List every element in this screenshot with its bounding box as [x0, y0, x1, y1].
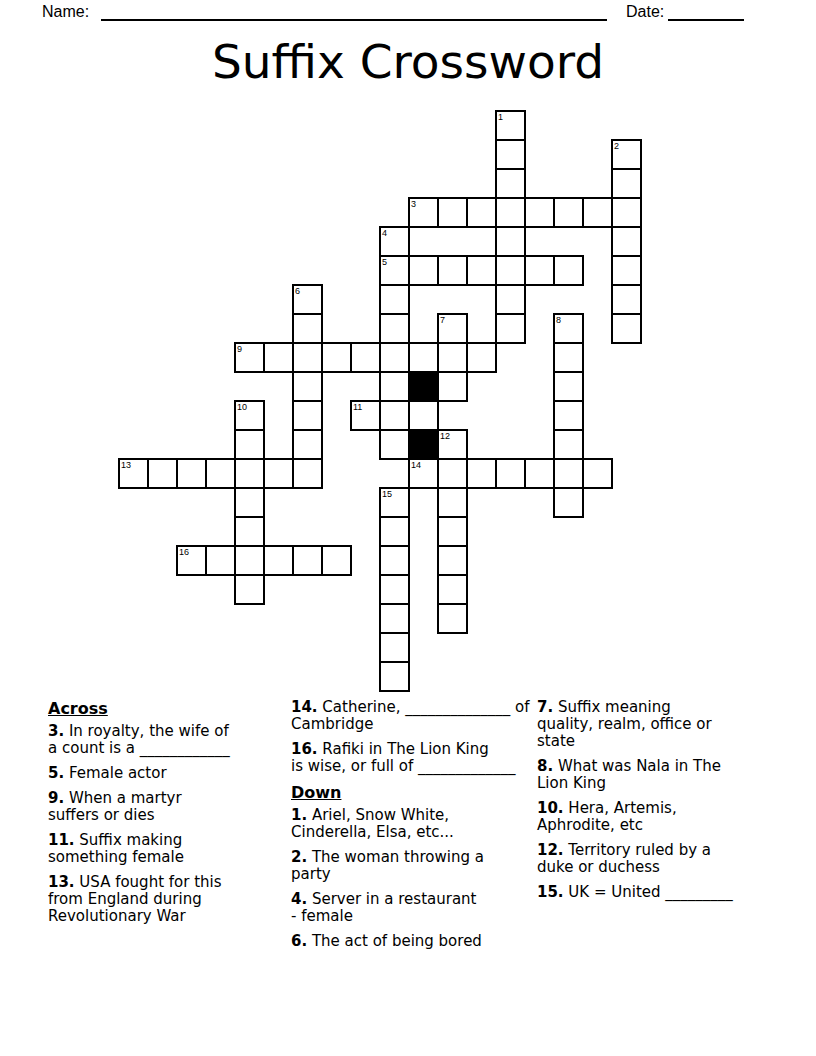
clues-column-2: 14. Catherine, ______________ of Cambrid… — [291, 699, 541, 958]
cell-c1-r12[interactable] — [147, 458, 178, 489]
cell-c17-r3[interactable] — [611, 197, 642, 228]
cell-c13-r2[interactable] — [495, 168, 526, 199]
cell-c12-r8[interactable] — [466, 342, 497, 373]
grid-clue-number-9: 9 — [237, 344, 242, 354]
cell-c0-r12[interactable]: 13 — [118, 458, 149, 489]
clue-number: 10. — [537, 799, 564, 817]
cell-c4-r15[interactable] — [234, 545, 265, 576]
clue-number: 6. — [291, 932, 307, 950]
date-blank-line[interactable] — [668, 19, 744, 21]
cell-c8-r10[interactable]: 11 — [350, 400, 381, 431]
cell-c11-r16[interactable] — [437, 574, 468, 605]
cell-c10-r10[interactable] — [408, 400, 439, 431]
down-header: Down — [291, 783, 541, 802]
clue-text: USA fought for this from England during … — [48, 873, 222, 925]
grid-clue-number-3: 3 — [411, 199, 416, 209]
clue-text: The act of being bored — [307, 932, 482, 950]
cell-c13-r7[interactable] — [495, 313, 526, 344]
clue-across-11: 11. Suffix making something female — [48, 832, 298, 866]
clue-text: Suffix meaning quality, realm, office or… — [537, 698, 712, 750]
cell-c15-r9[interactable] — [553, 371, 584, 402]
clue-text: Territory ruled by a duke or duchess — [537, 841, 711, 876]
date-label: Date: — [626, 3, 664, 21]
cell-c13-r4[interactable] — [495, 226, 526, 257]
clue-number: 15. — [537, 883, 564, 901]
cell-c9-r10[interactable] — [379, 400, 410, 431]
grid-clue-number-13: 13 — [121, 460, 131, 470]
cell-c15-r8[interactable] — [553, 342, 584, 373]
grid-clue-number-15: 15 — [382, 489, 392, 499]
cell-c3-r12[interactable] — [205, 458, 236, 489]
clue-number: 1. — [291, 806, 307, 824]
cell-c7-r15[interactable] — [321, 545, 352, 576]
cell-c17-r1[interactable]: 2 — [611, 139, 642, 170]
clue-number: 4. — [291, 890, 307, 908]
clue-across-14: 14. Catherine, ______________ of Cambrid… — [291, 699, 541, 733]
cell-c9-r9[interactable] — [379, 371, 410, 402]
cell-c13-r12[interactable] — [495, 458, 526, 489]
cell-c5-r12[interactable] — [263, 458, 294, 489]
clue-number: 5. — [48, 764, 64, 782]
grid-clue-number-8: 8 — [556, 315, 561, 325]
cell-c15-r7[interactable]: 8 — [553, 313, 584, 344]
cell-c11-r12[interactable] — [437, 458, 468, 489]
page-title: Suffix Crossword — [0, 34, 816, 89]
clue-across-16: 16. Rafiki in The Lion King is wise, or … — [291, 741, 541, 775]
cell-c5-r15[interactable] — [263, 545, 294, 576]
grid-clue-number-12: 12 — [440, 431, 450, 441]
cell-c9-r19[interactable] — [379, 661, 410, 692]
cell-c15-r10[interactable] — [553, 400, 584, 431]
cell-c16-r12[interactable] — [582, 458, 613, 489]
cell-c11-r17[interactable] — [437, 603, 468, 634]
crossword-grid: 12345678910111213141516 — [118, 110, 642, 692]
clue-number: 11. — [48, 831, 75, 849]
cell-c8-r8[interactable] — [350, 342, 381, 373]
cell-c10-r5[interactable] — [408, 255, 439, 286]
clue-across-9: 9. When a martyr suffers or dies — [48, 790, 298, 824]
cell-c11-r5[interactable] — [437, 255, 468, 286]
cell-c9-r5[interactable]: 5 — [379, 255, 410, 286]
grid-clue-number-4: 4 — [382, 228, 387, 238]
cell-c13-r3[interactable] — [495, 197, 526, 228]
clue-down-1: 1. Ariel, Snow White, Cinderella, Elsa, … — [291, 807, 541, 841]
cell-c3-r15[interactable] — [205, 545, 236, 576]
clue-number: 12. — [537, 841, 564, 859]
cell-c15-r13[interactable] — [553, 487, 584, 518]
clue-number: 13. — [48, 873, 75, 891]
cell-c11-r11[interactable]: 12 — [437, 429, 468, 460]
clue-down-6: 6. The act of being bored — [291, 933, 541, 950]
clue-text: Server in a restaurant - female — [291, 890, 476, 925]
across-header: Across — [48, 699, 298, 718]
cell-c14-r5[interactable] — [524, 255, 555, 286]
cell-c9-r11[interactable] — [379, 429, 410, 460]
cell-c10-r12[interactable]: 14 — [408, 458, 439, 489]
cell-c15-r11[interactable] — [553, 429, 584, 460]
clue-number: 2. — [291, 848, 307, 866]
clue-text: Female actor — [64, 764, 166, 782]
clue-across-13: 13. USA fought for this from England dur… — [48, 874, 298, 925]
clue-down-8: 8. What was Nala in The Lion King — [537, 758, 787, 792]
cell-c9-r15[interactable] — [379, 545, 410, 576]
clue-number: 7. — [537, 698, 553, 716]
cell-c9-r7[interactable] — [379, 313, 410, 344]
grid-clue-number-14: 14 — [411, 460, 421, 470]
cell-c6-r12[interactable] — [292, 458, 323, 489]
cell-c11-r9[interactable] — [437, 371, 468, 402]
cell-c7-r8[interactable] — [321, 342, 352, 373]
clue-text: In royalty, the wife of a count is a ___… — [48, 722, 230, 757]
cell-c13-r1[interactable] — [495, 139, 526, 170]
cell-c4-r14[interactable] — [234, 516, 265, 547]
cell-c11-r14[interactable] — [437, 516, 468, 547]
cell-c9-r4[interactable]: 4 — [379, 226, 410, 257]
cell-c13-r0[interactable]: 1 — [495, 110, 526, 141]
grid-clue-number-7: 7 — [440, 315, 445, 325]
cell-c4-r8[interactable]: 9 — [234, 342, 265, 373]
cell-c17-r6[interactable] — [611, 284, 642, 315]
clue-down-12: 12. Territory ruled by a duke or duchess — [537, 842, 787, 876]
cell-c4-r12[interactable] — [234, 458, 265, 489]
cell-c9-r14[interactable] — [379, 516, 410, 547]
cell-c15-r12[interactable] — [553, 458, 584, 489]
cell-c4-r11[interactable] — [234, 429, 265, 460]
cell-c9-r6[interactable] — [379, 284, 410, 315]
cell-c4-r10[interactable]: 10 — [234, 400, 265, 431]
name-blank-line[interactable] — [101, 19, 607, 21]
cell-c4-r13[interactable] — [234, 487, 265, 518]
cell-c6-r15[interactable] — [292, 545, 323, 576]
black-cell-c10-r11 — [408, 429, 439, 460]
cell-c5-r8[interactable] — [263, 342, 294, 373]
cell-c14-r3[interactable] — [524, 197, 555, 228]
grid-clue-number-2: 2 — [614, 141, 619, 151]
clue-text: UK = United _________ — [564, 883, 733, 901]
clue-across-5: 5. Female actor — [48, 765, 298, 782]
clues-column-3: 7. Suffix meaning quality, realm, office… — [537, 699, 787, 909]
cell-c9-r8[interactable] — [379, 342, 410, 373]
clue-down-2: 2. The woman throwing a party — [291, 849, 541, 883]
cell-c9-r16[interactable] — [379, 574, 410, 605]
clue-text: What was Nala in The Lion King — [537, 757, 721, 792]
clue-number: 16. — [291, 740, 318, 758]
clue-number: 3. — [48, 722, 64, 740]
grid-clue-number-11: 11 — [353, 402, 362, 412]
cell-c12-r3[interactable] — [466, 197, 497, 228]
black-cell-c10-r9 — [408, 371, 439, 402]
cell-c17-r2[interactable] — [611, 168, 642, 199]
cell-c9-r18[interactable] — [379, 632, 410, 663]
cell-c13-r6[interactable] — [495, 284, 526, 315]
cell-c11-r8[interactable] — [437, 342, 468, 373]
clue-number: 14. — [291, 698, 318, 716]
clue-number: 8. — [537, 757, 553, 775]
cell-c9-r17[interactable] — [379, 603, 410, 634]
clue-across-3: 3. In royalty, the wife of a count is a … — [48, 723, 298, 757]
cell-c2-r15[interactable]: 16 — [176, 545, 207, 576]
cell-c11-r13[interactable] — [437, 487, 468, 518]
grid-clue-number-1: 1 — [498, 112, 503, 122]
grid-clue-number-10: 10 — [237, 402, 247, 412]
cell-c11-r15[interactable] — [437, 545, 468, 576]
cell-c9-r13[interactable]: 15 — [379, 487, 410, 518]
clue-text: Rafiki in The Lion King is wise, or full… — [291, 740, 516, 775]
cell-c2-r12[interactable] — [176, 458, 207, 489]
cell-c16-r3[interactable] — [582, 197, 613, 228]
cell-c17-r4[interactable] — [611, 226, 642, 257]
cell-c6-r11[interactable] — [292, 429, 323, 460]
clue-down-7: 7. Suffix meaning quality, realm, office… — [537, 699, 787, 750]
cell-c15-r3[interactable] — [553, 197, 584, 228]
clue-text: The woman throwing a party — [291, 848, 484, 883]
cell-c15-r5[interactable] — [553, 255, 584, 286]
cell-c17-r5[interactable] — [611, 255, 642, 286]
cell-c6-r8[interactable] — [292, 342, 323, 373]
cell-c14-r12[interactable] — [524, 458, 555, 489]
cell-c11-r3[interactable] — [437, 197, 468, 228]
cell-c4-r16[interactable] — [234, 574, 265, 605]
name-label: Name: — [42, 3, 89, 21]
cell-c10-r8[interactable] — [408, 342, 439, 373]
cell-c12-r12[interactable] — [466, 458, 497, 489]
cell-c6-r7[interactable] — [292, 313, 323, 344]
cell-c6-r10[interactable] — [292, 400, 323, 431]
cell-c12-r5[interactable] — [466, 255, 497, 286]
clue-down-4: 4. Server in a restaurant - female — [291, 891, 541, 925]
clue-down-15: 15. UK = United _________ — [537, 884, 787, 901]
cell-c17-r7[interactable] — [611, 313, 642, 344]
cell-c13-r5[interactable] — [495, 255, 526, 286]
cell-c11-r7[interactable]: 7 — [437, 313, 468, 344]
clues-column-1: Across3. In royalty, the wife of a count… — [48, 699, 298, 933]
cell-c6-r9[interactable] — [292, 371, 323, 402]
clue-text: Catherine, ______________ of Cambridge — [291, 698, 529, 733]
cell-c6-r6[interactable]: 6 — [292, 284, 323, 315]
clue-number: 9. — [48, 789, 64, 807]
grid-clue-number-5: 5 — [382, 257, 387, 267]
clue-down-10: 10. Hera, Artemis, Aphrodite, etc — [537, 800, 787, 834]
grid-clue-number-6: 6 — [295, 286, 300, 296]
cell-c10-r3[interactable]: 3 — [408, 197, 439, 228]
clue-text: Ariel, Snow White, Cinderella, Elsa, etc… — [291, 806, 454, 841]
clue-text: When a martyr suffers or dies — [48, 789, 182, 824]
grid-clue-number-16: 16 — [179, 547, 189, 557]
